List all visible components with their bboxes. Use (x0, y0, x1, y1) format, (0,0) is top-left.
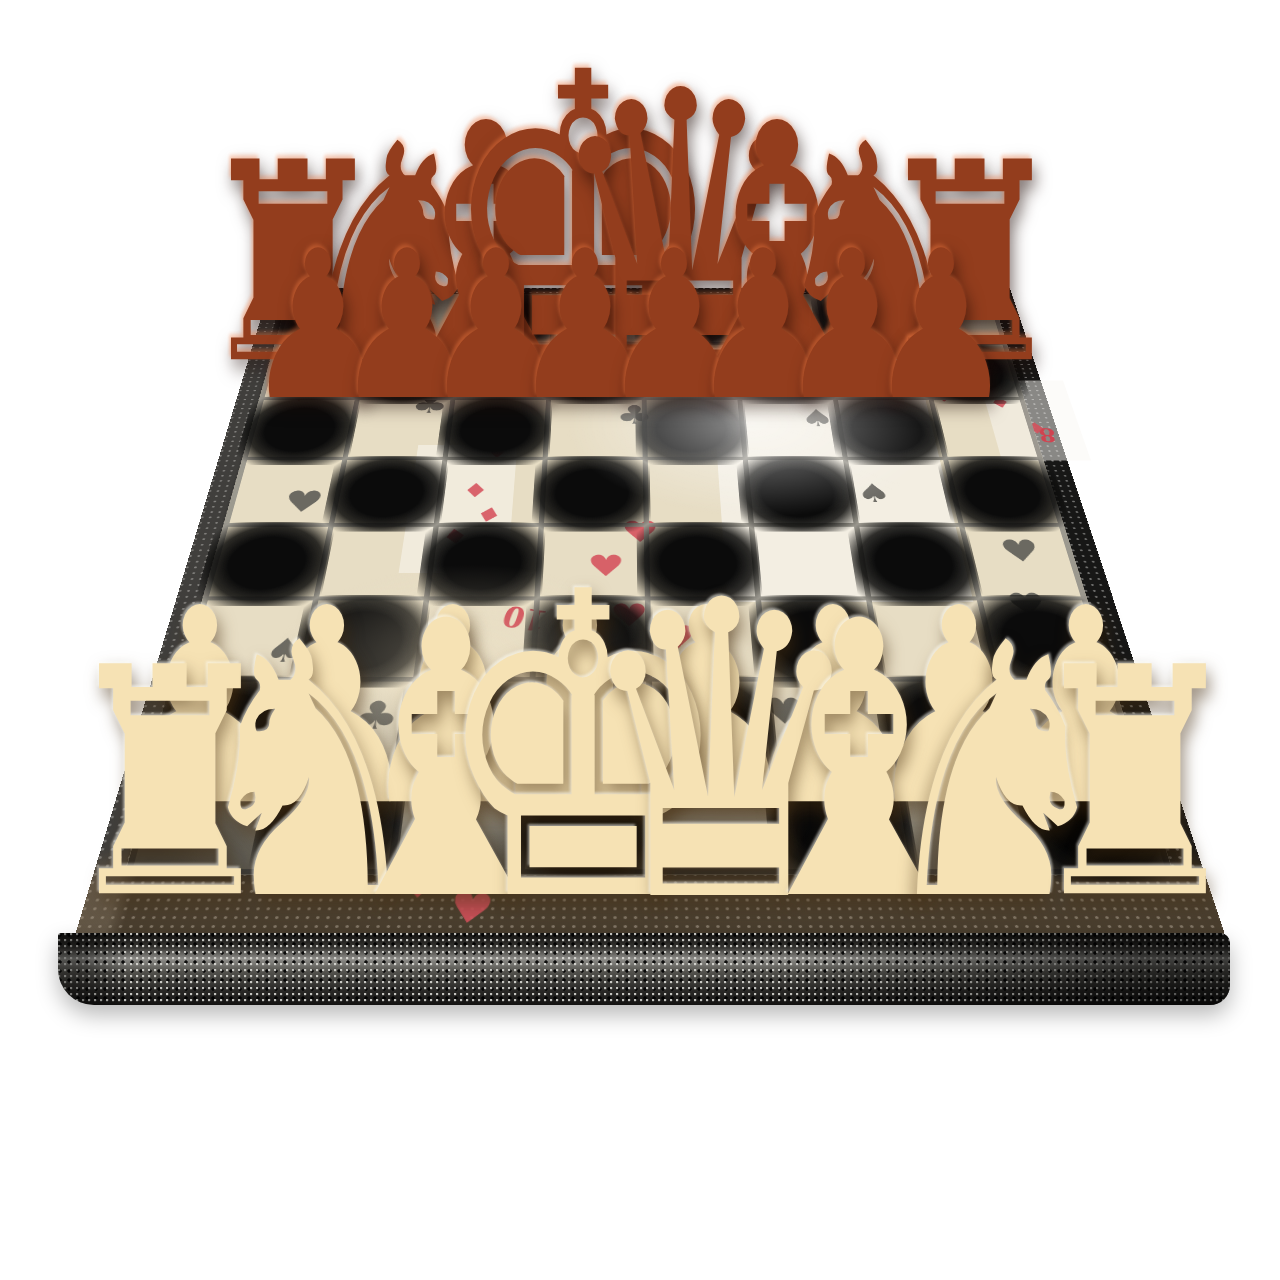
square-a5[interactable] (223, 460, 342, 526)
card-label-8: 8 (1037, 424, 1058, 446)
square-b5[interactable] (328, 460, 442, 526)
piece-white-rook-h1[interactable]: ♜ (1022, 627, 1248, 942)
piece-black-pawn-h7[interactable]: ♟ (867, 224, 1014, 429)
square-h5[interactable] (943, 460, 1064, 526)
chess-photo-scene: 10 8 ♥♥♣♣♠♦♦♦♠♥♥♥♦♦♦♦♥♥♥♥♥♠♣♥♥♠♥♥♥ ♜♞♝♚♛… (0, 0, 1280, 1280)
pieces-layer: ♜♞♝♚♛♝♞♜♟♟♟♟♟♟♟♟♟♟♟♟♟♟♟♟♜♞♝♚♛♝♞♜ (0, 0, 1280, 1280)
